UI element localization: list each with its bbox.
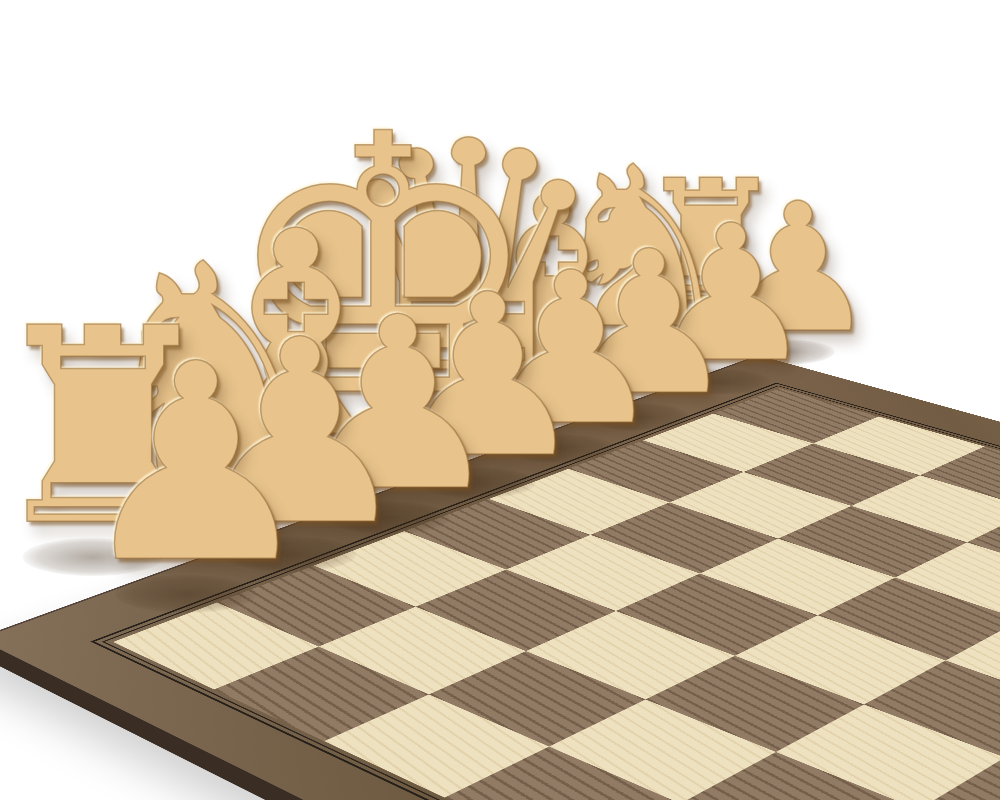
- piece-white-pawn-h2[interactable]: ♟: [74, 328, 318, 600]
- chess-product-photo: ♜♞♝♚♛♝♞♜♟♟♟♟♟♟♟♟: [0, 0, 1000, 800]
